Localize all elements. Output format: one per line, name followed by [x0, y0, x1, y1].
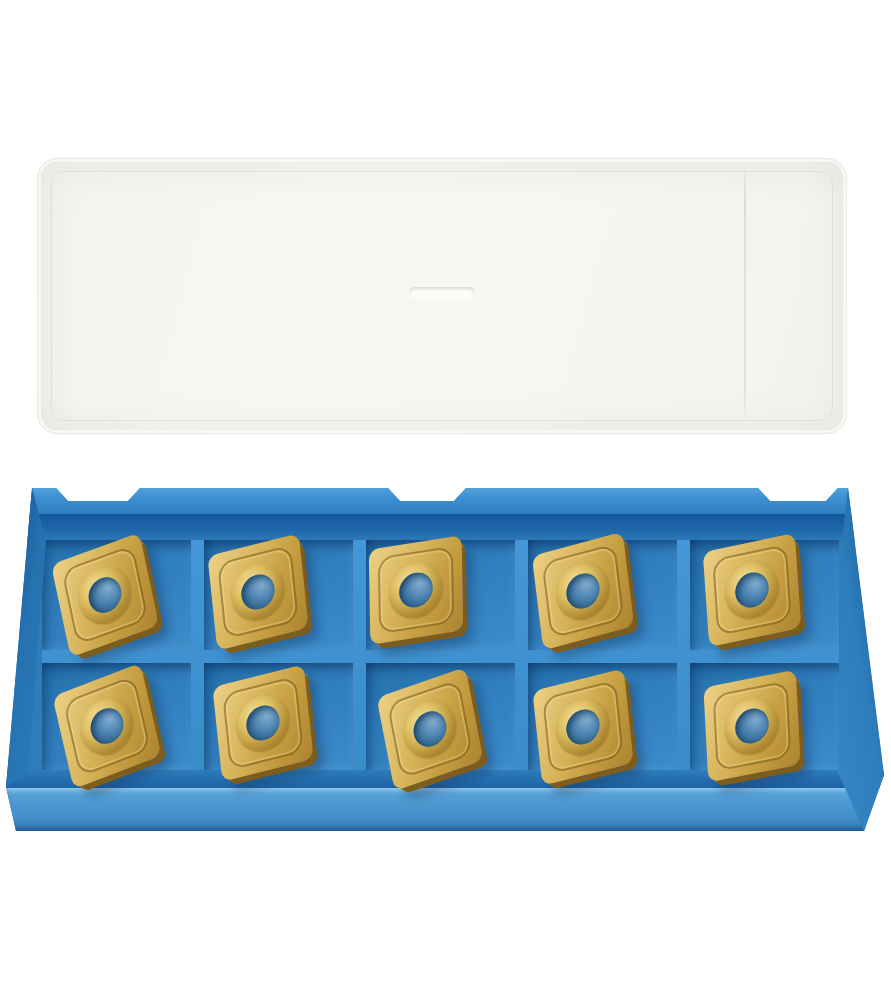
carbide-insert: [369, 535, 463, 645]
lid-thumb-slot: [409, 287, 475, 298]
carbide-insert: [703, 670, 800, 783]
tray-front-lip: [6, 788, 884, 832]
case-lid: [37, 158, 847, 434]
insert-tray: [6, 487, 884, 832]
lid-crease-line: [744, 165, 746, 425]
carbide-insert: [703, 533, 802, 647]
tray-back-wall-top: [6, 487, 884, 514]
product-photo: [0, 0, 891, 1000]
